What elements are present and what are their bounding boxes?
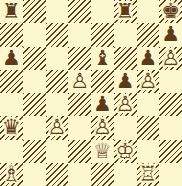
square-b1[interactable]	[23, 163, 46, 186]
square-e2[interactable]: ♕	[91, 140, 114, 163]
square-e5[interactable]	[91, 70, 114, 93]
square-h2[interactable]	[159, 140, 182, 163]
black-pawn-f5: ♟	[116, 71, 135, 92]
square-d2[interactable]	[68, 140, 91, 163]
square-e7[interactable]	[91, 23, 114, 46]
black-bishop-e6: ♝	[93, 48, 112, 69]
square-d5[interactable]: ♙	[68, 70, 91, 93]
white-pawn-e3: ♙	[93, 117, 112, 138]
black-rook-f8: ♜	[116, 1, 135, 22]
square-e6[interactable]: ♝	[91, 47, 114, 70]
black-king-h8: ♚	[161, 1, 180, 22]
black-rook-a8: ♜	[2, 1, 21, 22]
square-a8[interactable]: ♜	[0, 0, 23, 23]
square-f4[interactable]: ♙	[114, 93, 137, 116]
square-h1[interactable]	[159, 163, 182, 186]
square-a1[interactable]: ♗	[0, 163, 23, 186]
square-a3[interactable]: ♛	[0, 116, 23, 139]
square-c2[interactable]	[46, 140, 69, 163]
square-b7[interactable]	[23, 23, 46, 46]
square-g3[interactable]	[137, 116, 160, 139]
square-f2[interactable]: ♔	[114, 140, 137, 163]
square-e4[interactable]: ♟	[91, 93, 114, 116]
square-h7[interactable]: ♟	[159, 23, 182, 46]
square-e1[interactable]	[91, 163, 114, 186]
square-d6[interactable]	[68, 47, 91, 70]
square-h6[interactable]: ♙	[159, 47, 182, 70]
square-c7[interactable]	[46, 23, 69, 46]
square-f6[interactable]	[114, 47, 137, 70]
square-h8[interactable]: ♚	[159, 0, 182, 23]
square-d1[interactable]	[68, 163, 91, 186]
square-c6[interactable]	[46, 47, 69, 70]
square-b8[interactable]	[23, 0, 46, 23]
white-king-f2: ♔	[116, 141, 135, 162]
square-b6[interactable]	[23, 47, 46, 70]
white-queen-e2: ♕	[93, 141, 112, 162]
square-a7[interactable]	[0, 23, 23, 46]
square-c5[interactable]	[46, 70, 69, 93]
square-d3[interactable]	[68, 116, 91, 139]
square-c1[interactable]	[46, 163, 69, 186]
square-g5[interactable]: ♙	[137, 70, 160, 93]
square-b3[interactable]	[23, 116, 46, 139]
white-pawn-d5: ♙	[70, 71, 89, 92]
white-pawn-c3: ♙	[47, 117, 66, 138]
white-rook-g1: ♖	[138, 164, 157, 185]
square-f5[interactable]: ♟	[114, 70, 137, 93]
black-pawn-e4: ♟	[93, 94, 112, 115]
black-pawn-a6: ♟	[2, 48, 21, 69]
square-h4[interactable]	[159, 93, 182, 116]
square-d7[interactable]	[68, 23, 91, 46]
square-e3[interactable]: ♙	[91, 116, 114, 139]
square-b2[interactable]	[23, 140, 46, 163]
square-c3[interactable]: ♙	[46, 116, 69, 139]
square-a4[interactable]	[0, 93, 23, 116]
square-f7[interactable]	[114, 23, 137, 46]
square-g1[interactable]: ♖	[137, 163, 160, 186]
square-d4[interactable]	[68, 93, 91, 116]
black-queen-a3: ♛	[2, 117, 21, 138]
square-b4[interactable]	[23, 93, 46, 116]
square-g6[interactable]: ♟	[137, 47, 160, 70]
square-f3[interactable]	[114, 116, 137, 139]
black-pawn-h7: ♟	[161, 24, 180, 45]
white-pawn-h6: ♙	[161, 48, 180, 69]
square-d8[interactable]	[68, 0, 91, 23]
square-g8[interactable]	[137, 0, 160, 23]
square-a2[interactable]	[0, 140, 23, 163]
white-bishop-a1: ♗	[2, 164, 21, 185]
square-a5[interactable]	[0, 70, 23, 93]
square-h5[interactable]	[159, 70, 182, 93]
square-b5[interactable]	[23, 70, 46, 93]
chess-board: ♜♜♚♟♟♝♟♙♙♟♙♟♙♛♙♙♕♔♗♖	[0, 0, 182, 186]
square-h3[interactable]	[159, 116, 182, 139]
square-c4[interactable]	[46, 93, 69, 116]
square-f1[interactable]	[114, 163, 137, 186]
square-g2[interactable]	[137, 140, 160, 163]
square-f8[interactable]: ♜	[114, 0, 137, 23]
black-pawn-g6: ♟	[138, 48, 157, 69]
white-pawn-f4: ♙	[116, 94, 135, 115]
square-g7[interactable]	[137, 23, 160, 46]
square-c8[interactable]	[46, 0, 69, 23]
square-g4[interactable]	[137, 93, 160, 116]
square-a6[interactable]: ♟	[0, 47, 23, 70]
white-pawn-g5: ♙	[138, 71, 157, 92]
square-e8[interactable]	[91, 0, 114, 23]
